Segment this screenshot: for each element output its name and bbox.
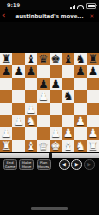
black-bishop: ♝ (62, 53, 74, 65)
square-g5[interactable] (74, 90, 86, 102)
square-a4[interactable] (0, 103, 12, 115)
square-c6[interactable] (25, 78, 37, 90)
next-move-button[interactable]: ▶ (71, 159, 82, 170)
white-knight: ♞ (74, 140, 86, 152)
square-e4[interactable] (50, 103, 62, 115)
square-h2[interactable]: ♟ (87, 127, 99, 139)
square-b3[interactable]: ♟ (12, 115, 24, 127)
clock-time: 9:19 (7, 2, 20, 8)
signal-icon (70, 5, 76, 8)
square-c2[interactable] (25, 127, 37, 139)
square-e5[interactable] (50, 90, 62, 102)
white-pawn: ♟ (50, 127, 62, 139)
black-pawn: ♟ (12, 65, 24, 77)
title-bar: ‹ austinbuitad's move... ✕ (0, 10, 99, 22)
make-move-button[interactable]: Make Move (19, 159, 34, 170)
square-f2[interactable]: ♟ (62, 127, 74, 139)
status-bar: 9:19 (0, 0, 99, 10)
square-b7[interactable]: ♟ (12, 65, 24, 77)
black-pawn: ♟ (50, 78, 62, 90)
black-pawn: ♟ (74, 65, 86, 77)
app-window: 9:19 ‹ austinbuitad's move... ✕ ♜♝♛♚♝♞♜♟… (0, 0, 99, 215)
square-g3[interactable]: ♟ (74, 115, 86, 127)
square-d8[interactable]: ♛ (37, 53, 49, 65)
white-queen: ♛ (37, 140, 49, 152)
white-knight: ♞ (25, 115, 37, 127)
square-g2[interactable] (74, 127, 86, 139)
square-b1[interactable] (12, 140, 24, 152)
back-arrow-icon: ◀ (62, 162, 66, 167)
white-pawn: ♟ (62, 127, 74, 139)
square-a1[interactable]: ♜ (0, 140, 12, 152)
close-icon[interactable]: ✕ (89, 13, 94, 19)
nav-end-button[interactable]: ▶ (84, 159, 95, 170)
forward-arrow-icon: ▶ (75, 162, 79, 167)
black-pawn: ♟ (25, 65, 37, 77)
plan-moves-button[interactable]: Plan Moves (37, 159, 51, 170)
white-pawn: ♟ (74, 115, 86, 127)
square-h5[interactable] (87, 90, 99, 102)
square-a6[interactable] (0, 78, 12, 90)
square-a2[interactable]: ♟ (0, 127, 12, 139)
square-a7[interactable]: ♟ (0, 65, 12, 77)
page-title: austinbuitad's move... (10, 13, 89, 19)
square-d3[interactable] (37, 115, 49, 127)
chess-board[interactable]: ♜♝♛♚♝♞♜♟♟♟♟♟♟♟♟♞♟♟♞♟♟♟♟♟♜♝♛♚♝♞♜ (0, 53, 99, 152)
square-c5[interactable] (25, 90, 37, 102)
square-c1[interactable]: ♝ (25, 140, 37, 152)
square-g1[interactable]: ♞ (74, 140, 86, 152)
square-f1[interactable]: ♝ (62, 140, 74, 152)
white-pawn: ♟ (87, 127, 99, 139)
white-king: ♚ (50, 140, 62, 152)
square-c7[interactable]: ♟ (25, 65, 37, 77)
end-game-button[interactable]: End Game (3, 159, 17, 170)
black-knight: ♞ (62, 90, 74, 102)
wifi-icon (77, 5, 84, 9)
white-pawn: ♟ (37, 90, 49, 102)
square-f4[interactable] (62, 103, 74, 115)
square-h6[interactable] (87, 78, 99, 90)
square-h1[interactable]: ♜ (87, 140, 99, 152)
square-b5[interactable] (12, 90, 24, 102)
black-queen: ♛ (37, 53, 49, 65)
square-d4[interactable] (37, 103, 49, 115)
square-h4[interactable] (87, 103, 99, 115)
square-e2[interactable]: ♟ (50, 127, 62, 139)
square-b2[interactable] (12, 127, 24, 139)
battery-icon (86, 3, 96, 9)
square-f7[interactable] (62, 65, 74, 77)
white-pawn: ♟ (12, 115, 24, 127)
square-f5[interactable]: ♞ (62, 90, 74, 102)
square-c3[interactable]: ♞ (25, 115, 37, 127)
forward-end-icon: ▶ (87, 162, 91, 167)
white-rook: ♜ (87, 140, 99, 152)
white-rook: ♜ (0, 140, 12, 152)
square-e6[interactable]: ♟ (50, 78, 62, 90)
black-pawn: ♟ (87, 65, 99, 77)
square-a5[interactable] (0, 90, 12, 102)
square-g7[interactable]: ♟ (74, 65, 86, 77)
square-d7[interactable] (37, 65, 49, 77)
square-b6[interactable] (12, 78, 24, 90)
bottom-toolbar: End Game Make Move Plan Moves ◀ ▶ ▶ (0, 158, 99, 174)
white-pawn: ♟ (0, 127, 12, 139)
back-icon[interactable]: ‹ (2, 11, 5, 21)
white-bishop: ♝ (25, 140, 37, 152)
square-e8[interactable]: ♚ (50, 53, 62, 65)
square-g6[interactable] (74, 78, 86, 90)
square-d1[interactable]: ♛ (37, 140, 49, 152)
black-king: ♚ (50, 53, 62, 65)
square-d2[interactable] (37, 127, 49, 139)
square-h7[interactable]: ♟ (87, 65, 99, 77)
black-pawn: ♟ (0, 65, 12, 77)
home-indicator (31, 207, 68, 210)
square-d5[interactable]: ♟ (37, 90, 49, 102)
square-e1[interactable]: ♚ (50, 140, 62, 152)
square-f8[interactable]: ♝ (62, 53, 74, 65)
status-icons (70, 3, 97, 9)
white-bishop: ♝ (62, 140, 74, 152)
previous-move-button[interactable]: ◀ (59, 159, 70, 170)
square-e7[interactable] (50, 65, 62, 77)
